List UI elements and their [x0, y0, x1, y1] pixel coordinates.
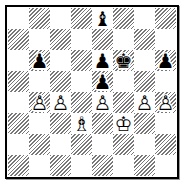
- black-pawn-glyph: ♟: [92, 71, 113, 92]
- square-e6[interactable]: ♟♟: [92, 50, 113, 71]
- piece-white-pawn[interactable]: ♟♙: [92, 92, 113, 113]
- square-c5[interactable]: [50, 71, 71, 92]
- square-g2[interactable]: [134, 134, 155, 155]
- black-pawn-glyph: ♟: [155, 50, 176, 71]
- black-pawn-glyph: ♟: [92, 50, 113, 71]
- square-b1[interactable]: [29, 155, 50, 176]
- square-f5[interactable]: [113, 71, 134, 92]
- square-c7[interactable]: [50, 29, 71, 50]
- white-pawn-glyph: ♙: [29, 92, 50, 113]
- square-b6[interactable]: ♟♟: [29, 50, 50, 71]
- square-d2[interactable]: [71, 134, 92, 155]
- square-c6[interactable]: [50, 50, 71, 71]
- piece-black-pawn[interactable]: ♟♟: [155, 50, 176, 71]
- square-d8[interactable]: [71, 8, 92, 29]
- square-g8[interactable]: [134, 8, 155, 29]
- square-g7[interactable]: [134, 29, 155, 50]
- square-b8[interactable]: [29, 8, 50, 29]
- square-h7[interactable]: [155, 29, 176, 50]
- square-b2[interactable]: [29, 134, 50, 155]
- square-a3[interactable]: [8, 113, 29, 134]
- chessboard: ♝♝♟♟♟♟♚♚♟♟♟♟♟♙♟♙♟♙♟♙♟♙♝♗♚♔: [8, 8, 176, 176]
- square-c1[interactable]: [50, 155, 71, 176]
- square-a7[interactable]: [8, 29, 29, 50]
- square-f4[interactable]: [113, 92, 134, 113]
- square-f7[interactable]: [113, 29, 134, 50]
- piece-black-pawn[interactable]: ♟♟: [92, 50, 113, 71]
- piece-white-pawn[interactable]: ♟♙: [134, 92, 155, 113]
- square-e1[interactable]: [92, 155, 113, 176]
- square-a2[interactable]: [8, 134, 29, 155]
- square-c4[interactable]: ♟♙: [50, 92, 71, 113]
- square-d5[interactable]: [71, 71, 92, 92]
- square-f2[interactable]: [113, 134, 134, 155]
- square-a8[interactable]: [8, 8, 29, 29]
- black-king-glyph: ♚: [113, 50, 134, 71]
- piece-black-bishop[interactable]: ♝♝: [92, 8, 113, 29]
- square-f6[interactable]: ♚♚: [113, 50, 134, 71]
- square-h3[interactable]: [155, 113, 176, 134]
- square-c3[interactable]: [50, 113, 71, 134]
- piece-black-pawn[interactable]: ♟♟: [92, 71, 113, 92]
- square-a4[interactable]: [8, 92, 29, 113]
- square-c8[interactable]: [50, 8, 71, 29]
- piece-white-pawn[interactable]: ♟♙: [155, 92, 176, 113]
- square-h2[interactable]: [155, 134, 176, 155]
- square-d1[interactable]: [71, 155, 92, 176]
- square-d6[interactable]: [71, 50, 92, 71]
- square-e2[interactable]: [92, 134, 113, 155]
- square-b3[interactable]: [29, 113, 50, 134]
- black-pawn-glyph: ♟: [29, 50, 50, 71]
- square-g6[interactable]: [134, 50, 155, 71]
- piece-black-pawn[interactable]: ♟♟: [29, 50, 50, 71]
- square-h6[interactable]: ♟♟: [155, 50, 176, 71]
- square-a5[interactable]: [8, 71, 29, 92]
- square-g1[interactable]: [134, 155, 155, 176]
- square-d4[interactable]: [71, 92, 92, 113]
- piece-white-pawn[interactable]: ♟♙: [29, 92, 50, 113]
- piece-white-king[interactable]: ♚♔: [113, 113, 134, 134]
- square-a6[interactable]: [8, 50, 29, 71]
- square-g4[interactable]: ♟♙: [134, 92, 155, 113]
- board-border: ♝♝♟♟♟♟♚♚♟♟♟♟♟♙♟♙♟♙♟♙♟♙♝♗♚♔: [5, 5, 179, 179]
- white-bishop-glyph: ♗: [71, 113, 92, 134]
- square-c2[interactable]: [50, 134, 71, 155]
- square-h4[interactable]: ♟♙: [155, 92, 176, 113]
- white-king-glyph: ♔: [113, 113, 134, 134]
- square-e3[interactable]: [92, 113, 113, 134]
- square-f8[interactable]: [113, 8, 134, 29]
- square-e8[interactable]: ♝♝: [92, 8, 113, 29]
- black-bishop-glyph: ♝: [92, 8, 113, 29]
- square-h1[interactable]: [155, 155, 176, 176]
- square-e7[interactable]: [92, 29, 113, 50]
- chess-diagram: ♝♝♟♟♟♟♚♚♟♟♟♟♟♙♟♙♟♙♟♙♟♙♝♗♚♔: [0, 0, 187, 187]
- square-d3[interactable]: ♝♗: [71, 113, 92, 134]
- white-pawn-glyph: ♙: [155, 92, 176, 113]
- piece-white-pawn[interactable]: ♟♙: [50, 92, 71, 113]
- square-g5[interactable]: [134, 71, 155, 92]
- square-h8[interactable]: [155, 8, 176, 29]
- square-b5[interactable]: [29, 71, 50, 92]
- square-b7[interactable]: [29, 29, 50, 50]
- square-a1[interactable]: [8, 155, 29, 176]
- square-e4[interactable]: ♟♙: [92, 92, 113, 113]
- square-e5[interactable]: ♟♟: [92, 71, 113, 92]
- square-g3[interactable]: [134, 113, 155, 134]
- white-pawn-glyph: ♙: [50, 92, 71, 113]
- white-pawn-glyph: ♙: [134, 92, 155, 113]
- square-f3[interactable]: ♚♔: [113, 113, 134, 134]
- piece-white-bishop[interactable]: ♝♗: [71, 113, 92, 134]
- piece-black-king[interactable]: ♚♚: [113, 50, 134, 71]
- square-b4[interactable]: ♟♙: [29, 92, 50, 113]
- square-h5[interactable]: [155, 71, 176, 92]
- square-d7[interactable]: [71, 29, 92, 50]
- white-pawn-glyph: ♙: [92, 92, 113, 113]
- square-f1[interactable]: [113, 155, 134, 176]
